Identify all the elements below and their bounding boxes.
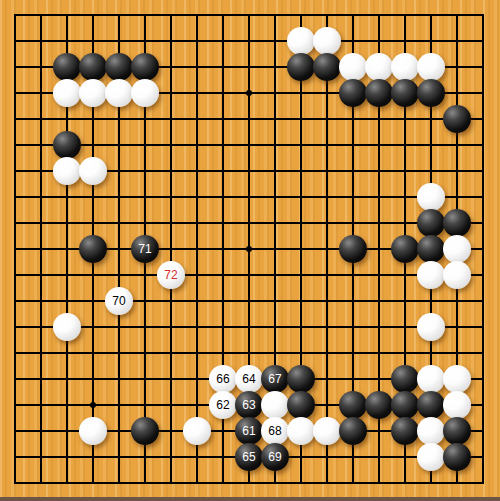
move-number-label: 68: [268, 425, 281, 437]
star-point: [246, 246, 252, 252]
white-stone[interactable]: 68: [261, 417, 289, 445]
white-stone[interactable]: [417, 417, 445, 445]
white-stone[interactable]: [417, 313, 445, 341]
white-stone[interactable]: [53, 157, 81, 185]
board-bottom-edge: [0, 497, 500, 501]
white-stone[interactable]: 66: [209, 365, 237, 393]
move-number-label: 69: [268, 451, 281, 463]
black-stone[interactable]: [391, 365, 419, 393]
black-stone[interactable]: [79, 235, 107, 263]
black-stone[interactable]: [417, 209, 445, 237]
star-point: [90, 402, 96, 408]
white-stone[interactable]: [443, 365, 471, 393]
grid-line-horizontal: [14, 300, 484, 302]
white-stone[interactable]: [313, 27, 341, 55]
black-stone[interactable]: [391, 391, 419, 419]
black-stone[interactable]: 67: [261, 365, 289, 393]
move-number-label: 66: [216, 373, 229, 385]
black-stone[interactable]: [105, 53, 133, 81]
black-stone[interactable]: [417, 79, 445, 107]
white-stone[interactable]: [53, 313, 81, 341]
white-stone[interactable]: [417, 261, 445, 289]
white-stone[interactable]: [443, 261, 471, 289]
white-stone[interactable]: 70: [105, 287, 133, 315]
move-number-label: 64: [242, 373, 255, 385]
move-number-label: 62: [216, 399, 229, 411]
black-stone[interactable]: 61: [235, 417, 263, 445]
black-stone[interactable]: [391, 235, 419, 263]
move-number-label: 70: [112, 295, 125, 307]
white-stone[interactable]: [79, 417, 107, 445]
black-stone[interactable]: [443, 417, 471, 445]
black-stone[interactable]: [365, 391, 393, 419]
black-stone[interactable]: [339, 417, 367, 445]
white-stone[interactable]: [105, 79, 133, 107]
white-stone[interactable]: [53, 79, 81, 107]
grid-line-vertical: [482, 14, 484, 484]
black-stone[interactable]: [339, 391, 367, 419]
white-stone[interactable]: [417, 365, 445, 393]
black-stone[interactable]: 71: [131, 235, 159, 263]
black-stone[interactable]: 63: [235, 391, 263, 419]
white-stone[interactable]: [287, 417, 315, 445]
black-stone[interactable]: [443, 105, 471, 133]
white-stone[interactable]: [443, 391, 471, 419]
white-stone[interactable]: [443, 235, 471, 263]
go-board[interactable]: 717270666467626361686569: [0, 0, 500, 501]
white-stone[interactable]: [287, 27, 315, 55]
black-stone[interactable]: 65: [235, 443, 263, 471]
black-stone[interactable]: [443, 443, 471, 471]
black-stone[interactable]: [79, 53, 107, 81]
black-stone[interactable]: [339, 79, 367, 107]
black-stone[interactable]: [417, 235, 445, 263]
black-stone[interactable]: 69: [261, 443, 289, 471]
white-stone[interactable]: 64: [235, 365, 263, 393]
white-stone[interactable]: [79, 157, 107, 185]
black-stone[interactable]: [417, 391, 445, 419]
white-stone[interactable]: [131, 79, 159, 107]
grid-line-horizontal: [14, 482, 484, 484]
white-stone[interactable]: [183, 417, 211, 445]
white-stone[interactable]: [417, 183, 445, 211]
white-stone[interactable]: [261, 391, 289, 419]
black-stone[interactable]: [131, 417, 159, 445]
white-stone[interactable]: [339, 53, 367, 81]
black-stone[interactable]: [287, 53, 315, 81]
black-stone[interactable]: [391, 417, 419, 445]
grid-line-vertical: [326, 14, 328, 484]
black-stone[interactable]: [339, 235, 367, 263]
grid-line-horizontal: [14, 274, 484, 276]
grid-line-horizontal: [14, 352, 484, 354]
black-stone[interactable]: [287, 365, 315, 393]
white-stone[interactable]: [391, 53, 419, 81]
grid-line-horizontal: [14, 326, 484, 328]
black-stone[interactable]: [443, 209, 471, 237]
black-stone[interactable]: [53, 131, 81, 159]
white-stone[interactable]: 62: [209, 391, 237, 419]
white-stone[interactable]: [417, 53, 445, 81]
white-stone[interactable]: [313, 417, 341, 445]
black-stone[interactable]: [391, 79, 419, 107]
black-stone[interactable]: [131, 53, 159, 81]
white-stone[interactable]: 72: [157, 261, 185, 289]
move-number-label: 72: [164, 269, 177, 281]
move-number-label: 65: [242, 451, 255, 463]
black-stone[interactable]: [287, 391, 315, 419]
move-number-label: 63: [242, 399, 255, 411]
move-number-label: 61: [242, 425, 255, 437]
move-number-label: 71: [138, 243, 151, 255]
star-point: [246, 90, 252, 96]
black-stone[interactable]: [313, 53, 341, 81]
white-stone[interactable]: [417, 443, 445, 471]
move-number-label: 67: [268, 373, 281, 385]
black-stone[interactable]: [53, 53, 81, 81]
white-stone[interactable]: [79, 79, 107, 107]
black-stone[interactable]: [365, 79, 393, 107]
white-stone[interactable]: [365, 53, 393, 81]
